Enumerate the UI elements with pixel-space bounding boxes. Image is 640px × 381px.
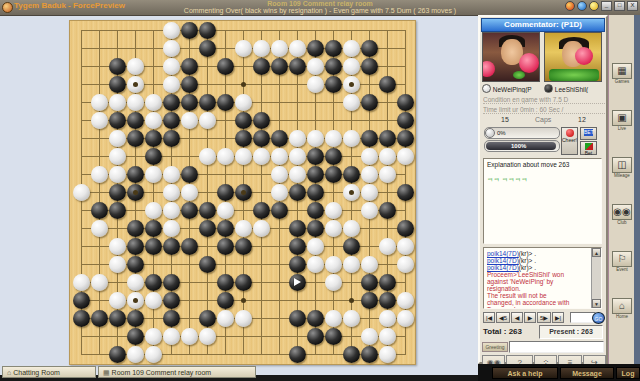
white-stone <box>181 328 198 345</box>
black-stone <box>397 184 414 201</box>
black-stone <box>181 76 198 93</box>
white-stone <box>145 112 162 129</box>
white-stone <box>361 166 378 183</box>
white-stone <box>289 130 306 147</box>
white-stone <box>109 238 126 255</box>
white-stone <box>163 166 180 183</box>
white-stone <box>217 202 234 219</box>
black-stone <box>127 310 144 327</box>
white-stone <box>217 310 234 327</box>
white-captures: 15 <box>501 116 509 123</box>
nav-back-button[interactable]: ◀ <box>511 312 523 323</box>
white-stone <box>181 112 198 129</box>
star-point <box>349 82 354 87</box>
white-stone <box>271 40 288 57</box>
black-stone <box>217 58 234 75</box>
white-player-chip[interactable]: NeWeiPing(P <box>482 84 542 93</box>
white-stone <box>397 292 414 309</box>
nav-first-button[interactable]: |◀ <box>483 312 495 323</box>
white-stone <box>271 148 288 165</box>
white-stone <box>253 40 270 57</box>
black-stone <box>145 274 162 291</box>
white-stone <box>379 238 396 255</box>
white-stone <box>361 184 378 201</box>
black-stone <box>307 148 324 165</box>
white-stone <box>73 184 90 201</box>
minimize-button[interactable]: _ <box>601 1 612 11</box>
go-button[interactable]: GO <box>592 312 605 324</box>
present-move: Present : 263 <box>539 325 603 339</box>
white-stone <box>253 148 270 165</box>
black-stone <box>361 292 378 309</box>
white-stone <box>145 94 162 111</box>
white-stone <box>235 94 252 111</box>
white-stone <box>379 148 396 165</box>
nav-last-button[interactable]: ▶| <box>552 312 564 323</box>
black-stone <box>109 58 126 75</box>
white-stone <box>307 130 324 147</box>
sidebar-games-button[interactable]: ▦Games <box>611 63 633 84</box>
room-title: Room 109 Comment relay room <box>0 0 640 7</box>
white-stone <box>343 40 360 57</box>
black-stone <box>307 166 324 183</box>
white-stone <box>235 40 252 57</box>
captures-label: Caps <box>535 116 551 123</box>
white-stone <box>307 256 324 273</box>
white-stone <box>397 310 414 327</box>
board-icon: ▦ <box>103 369 110 376</box>
black-stone <box>325 40 342 57</box>
black-stone <box>145 238 162 255</box>
white-stone <box>145 292 162 309</box>
chat-nickname[interactable]: poik14(7D) <box>487 250 519 257</box>
games-icon: ▦ <box>612 63 632 79</box>
chat-nickname[interactable]: poik14(7D) <box>487 264 519 271</box>
process-message: The result will not be <box>487 292 591 299</box>
white-stone <box>271 184 288 201</box>
process-message: Proceem>'LeeShiShil' won <box>487 271 591 278</box>
white-stone <box>145 346 162 363</box>
black-stone <box>361 40 378 57</box>
white-stone <box>307 238 324 255</box>
sidebar-event-button[interactable]: ⚐Event <box>611 251 633 272</box>
star-point <box>133 82 138 87</box>
black-stone <box>127 166 144 183</box>
chat-message: poik14(7D)(kr)> . <box>487 257 591 264</box>
white-stone <box>289 40 306 57</box>
black-stone <box>145 130 162 147</box>
white-stone <box>325 310 342 327</box>
black-stone <box>343 346 360 363</box>
last-move-marker <box>294 278 301 286</box>
black-stone <box>289 58 306 75</box>
white-stone <box>163 40 180 57</box>
process-message: changed, in accordance with <box>487 299 591 306</box>
black-stone <box>199 40 216 57</box>
white-stone <box>235 220 252 237</box>
black-stone <box>325 148 342 165</box>
black-stone <box>163 238 180 255</box>
window-edge <box>634 15 640 364</box>
process-message: Tygem rules. <box>487 306 591 309</box>
chat-box[interactable]: poik14(7D)(kr)> .poik14(7D)(kr)> .poik14… <box>483 247 602 309</box>
black-stone <box>91 202 108 219</box>
white-stone <box>145 202 162 219</box>
black-stone <box>109 202 126 219</box>
black-stone <box>109 310 126 327</box>
black-stone <box>235 112 252 129</box>
white-stone <box>397 256 414 273</box>
white-stone <box>307 76 324 93</box>
white-stone <box>109 94 126 111</box>
bulb-icon[interactable] <box>589 1 599 11</box>
white-stone <box>325 202 342 219</box>
black-stone <box>163 130 180 147</box>
white-stone <box>163 76 180 93</box>
message-button[interactable]: Message <box>560 367 614 379</box>
black-stone <box>289 220 306 237</box>
white-stone <box>199 148 216 165</box>
black-stone <box>253 112 270 129</box>
white-stone <box>163 22 180 39</box>
ask-help-button[interactable]: Ask a help <box>492 367 558 379</box>
white-stone <box>379 346 396 363</box>
black-stone <box>235 238 252 255</box>
black-stone <box>181 202 198 219</box>
game-status-line: Commenting Over( black wins by resignati… <box>0 7 640 14</box>
white-stone <box>361 202 378 219</box>
white-stone <box>163 202 180 219</box>
black-stone <box>199 220 216 237</box>
black-stone <box>289 310 306 327</box>
black-stone <box>163 112 180 129</box>
black-stone <box>379 292 396 309</box>
close-button[interactable]: X <box>627 1 638 11</box>
black-stone <box>289 238 306 255</box>
white-stone <box>91 274 108 291</box>
black-stone <box>181 22 198 39</box>
black-stone <box>289 346 306 363</box>
sidebar-mileage-button[interactable]: ◫Mileage <box>611 157 633 178</box>
black-stone <box>307 310 324 327</box>
black-stone <box>163 310 180 327</box>
white-stone <box>127 94 144 111</box>
black-stone <box>325 76 342 93</box>
cheer-ball-icon <box>566 129 574 137</box>
chat-nickname[interactable]: poik14(7D) <box>487 257 519 264</box>
process-message: resignation. <box>487 285 591 292</box>
greeting-input[interactable] <box>509 341 604 353</box>
black-stone <box>109 76 126 93</box>
scroll-up-icon[interactable]: ▲ <box>592 248 601 257</box>
white-stone <box>163 58 180 75</box>
black-stone <box>181 94 198 111</box>
black-stone <box>253 58 270 75</box>
slider-knob[interactable] <box>485 128 495 138</box>
black-stone <box>181 58 198 75</box>
time-limit-line: Time limit ur 0min : 60 Sec / <box>483 106 605 114</box>
chat-message: poik14(7D)(kr)> . <box>487 264 591 271</box>
black-stone <box>325 58 342 75</box>
cheer-button[interactable]: Cheer! <box>561 127 578 155</box>
white-stone <box>163 184 180 201</box>
white-stone <box>343 58 360 75</box>
white-stone <box>109 292 126 309</box>
sidebar-club-button[interactable]: ◉◉Club <box>611 204 633 225</box>
black-stone <box>127 238 144 255</box>
black-captures: 12 <box>578 116 586 123</box>
black-stone <box>145 148 162 165</box>
white-stone <box>271 166 288 183</box>
condition-line: Condition en game with 7.5 D <box>483 96 605 104</box>
sidebar-home-button[interactable]: ⌂Home <box>611 298 633 319</box>
black-stone <box>199 202 216 219</box>
white-stone <box>325 220 342 237</box>
white-stone <box>109 148 126 165</box>
white-stone <box>91 166 108 183</box>
white-stone <box>379 166 396 183</box>
black-stone <box>163 292 180 309</box>
greeting-tab[interactable]: Greeting <box>482 342 508 352</box>
bet-info-button[interactable]: BET <box>580 127 597 140</box>
globe-icon[interactable] <box>577 1 587 11</box>
white-stone <box>343 256 360 273</box>
white-stone <box>325 130 342 147</box>
black-stone <box>253 202 270 219</box>
black-stone <box>73 310 90 327</box>
white-stone <box>163 220 180 237</box>
white-stone <box>127 58 144 75</box>
black-stone <box>217 220 234 237</box>
white-stone <box>253 220 270 237</box>
black-stone <box>127 256 144 273</box>
black-stone <box>361 346 378 363</box>
club-icon: ◉◉ <box>612 204 632 220</box>
white-stone <box>235 148 252 165</box>
swirl-icon[interactable] <box>565 1 575 11</box>
go-board[interactable] <box>69 20 416 365</box>
black-stone <box>163 94 180 111</box>
black-stone <box>289 184 306 201</box>
black-stone <box>361 130 378 147</box>
black-stone <box>217 238 234 255</box>
black-stone <box>397 112 414 129</box>
scroll-down-icon[interactable]: ▼ <box>592 299 601 308</box>
black-stone <box>127 220 144 237</box>
black-stone <box>181 238 198 255</box>
black-stone <box>253 130 270 147</box>
black-stone <box>127 130 144 147</box>
black-stone <box>379 202 396 219</box>
black-stone <box>217 292 234 309</box>
black-stone <box>379 274 396 291</box>
black-stone <box>379 76 396 93</box>
black-stone <box>217 94 234 111</box>
white-stone <box>91 112 108 129</box>
tab-chatting-room[interactable]: ⌂ Chatting Room <box>2 366 96 378</box>
white-confidence-slider[interactable]: 0% <box>484 127 560 139</box>
white-stone <box>361 256 378 273</box>
white-stone <box>145 166 162 183</box>
greeting-row: Greeting <box>482 341 605 353</box>
star-point <box>349 298 354 303</box>
black-stone <box>343 166 360 183</box>
black-stone <box>397 220 414 237</box>
star-point <box>349 190 354 195</box>
star-point <box>241 298 246 303</box>
black-stone <box>235 274 252 291</box>
black-stone <box>199 94 216 111</box>
black-stone <box>217 184 234 201</box>
white-stone <box>235 310 252 327</box>
white-stone <box>289 166 306 183</box>
black-stone <box>109 184 126 201</box>
white-stone <box>181 184 198 201</box>
black-stone <box>271 58 288 75</box>
white-stone <box>109 130 126 147</box>
nav-back5-button[interactable]: ◀5 <box>496 312 510 323</box>
bet-button[interactable]: Bet <box>580 141 597 155</box>
service-sidebar: ▦Games▣Live◫Mileage◉◉Club⚐Event⌂Home <box>608 15 635 364</box>
black-stone <box>109 346 126 363</box>
black-stone <box>73 292 90 309</box>
black-stone <box>163 274 180 291</box>
black-stone <box>307 328 324 345</box>
black-stone <box>109 112 126 129</box>
event-icon: ⚐ <box>612 251 632 267</box>
white-stone <box>361 148 378 165</box>
white-stone <box>289 148 306 165</box>
process-message: against 'NeWeiPing' by <box>487 278 591 285</box>
white-stone <box>397 238 414 255</box>
white-stone <box>397 148 414 165</box>
white-stone <box>217 148 234 165</box>
white-stone <box>379 328 396 345</box>
move-counter-row: Total : 263 Present : 263 <box>483 327 605 336</box>
black-stone <box>199 310 216 327</box>
black-stone <box>127 328 144 345</box>
white-stone <box>91 220 108 237</box>
black-stone <box>379 130 396 147</box>
white-stone <box>145 328 162 345</box>
tab-room-109[interactable]: ▦ Room 109 Comment relay room <box>98 366 256 378</box>
white-stone <box>127 346 144 363</box>
black-stone <box>325 328 342 345</box>
star-point <box>241 190 246 195</box>
star-point <box>133 190 138 195</box>
black-stone <box>235 130 252 147</box>
white-stone <box>343 94 360 111</box>
white-stone <box>109 256 126 273</box>
black-confidence-slider[interactable]: 100% <box>484 140 560 152</box>
nav-forward5-button[interactable]: 5▶ <box>537 312 551 323</box>
black-stone-icon <box>544 84 553 93</box>
black-stone <box>307 220 324 237</box>
black-stone <box>181 166 198 183</box>
chat-message: poik14(7D)(kr)> . <box>487 250 591 257</box>
commentator-photo-left <box>482 32 540 82</box>
commentator-header: Commentator: (P1D) <box>481 18 605 32</box>
black-stone <box>325 166 342 183</box>
black-stone <box>91 310 108 327</box>
white-stone <box>73 274 90 291</box>
explanation-body: ㅋㅋ ㅋㅋㅋㅋ <box>487 176 598 185</box>
chat-scrollbar[interactable]: ▲ ▼ <box>591 248 601 308</box>
explanation-box[interactable]: Explanation about move 263 ㅋㅋ ㅋㅋㅋㅋ <box>483 158 602 244</box>
commentator-photo-right <box>544 32 602 82</box>
white-stone <box>307 58 324 75</box>
star-point <box>241 82 246 87</box>
black-stone <box>397 130 414 147</box>
home-icon: ⌂ <box>7 369 11 376</box>
white-stone <box>127 274 144 291</box>
black-stone <box>361 94 378 111</box>
black-stone <box>361 58 378 75</box>
total-moves: Total : 263 <box>483 327 522 336</box>
dice-icon <box>585 143 593 150</box>
bet-info-icon: BET <box>584 129 593 136</box>
white-stone <box>325 256 342 273</box>
white-stone <box>361 328 378 345</box>
white-stone <box>343 220 360 237</box>
black-stone <box>217 274 234 291</box>
black-stone <box>343 238 360 255</box>
white-stone <box>199 112 216 129</box>
black-stone <box>199 256 216 273</box>
black-stone <box>361 274 378 291</box>
white-stone <box>343 310 360 327</box>
black-stone <box>145 220 162 237</box>
white-stone <box>343 130 360 147</box>
star-point <box>133 298 138 303</box>
white-stone <box>199 328 216 345</box>
black-stone <box>307 202 324 219</box>
game-info-panel: Commentator: (P1D) NeWeiPing(P LeeShiShi… <box>478 15 608 364</box>
white-stone <box>109 166 126 183</box>
app-window: Tygem Baduk - ForcePreview Room 109 Comm… <box>0 0 640 381</box>
white-stone <box>91 94 108 111</box>
black-player-chip[interactable]: LeeShiShil( <box>544 84 606 93</box>
move-navigation: |◀ ◀5 ◀ ▶ 5▶ ▶| GO <box>483 312 605 325</box>
nav-forward-button[interactable]: ▶ <box>524 312 536 323</box>
maximize-button[interactable]: □ <box>614 1 625 11</box>
white-stone <box>163 328 180 345</box>
black-stone <box>271 130 288 147</box>
explanation-title: Explanation about move 263 <box>487 161 598 168</box>
home-icon: ⌂ <box>612 298 632 314</box>
mileage-icon: ◫ <box>612 157 632 173</box>
black-stone <box>271 202 288 219</box>
live-icon: ▣ <box>612 110 632 126</box>
black-stone <box>397 94 414 111</box>
black-stone <box>307 40 324 57</box>
white-stone-icon <box>482 84 491 93</box>
black-stone <box>289 256 306 273</box>
title-bar: Tygem Baduk - ForcePreview Room 109 Comm… <box>0 0 640 16</box>
black-stone <box>127 112 144 129</box>
white-stone <box>325 274 342 291</box>
black-stone <box>199 22 216 39</box>
white-stone <box>379 310 396 327</box>
sidebar-live-button[interactable]: ▣Live <box>611 110 633 131</box>
logout-button[interactable]: Log Out <box>616 367 640 379</box>
black-stone <box>307 184 324 201</box>
